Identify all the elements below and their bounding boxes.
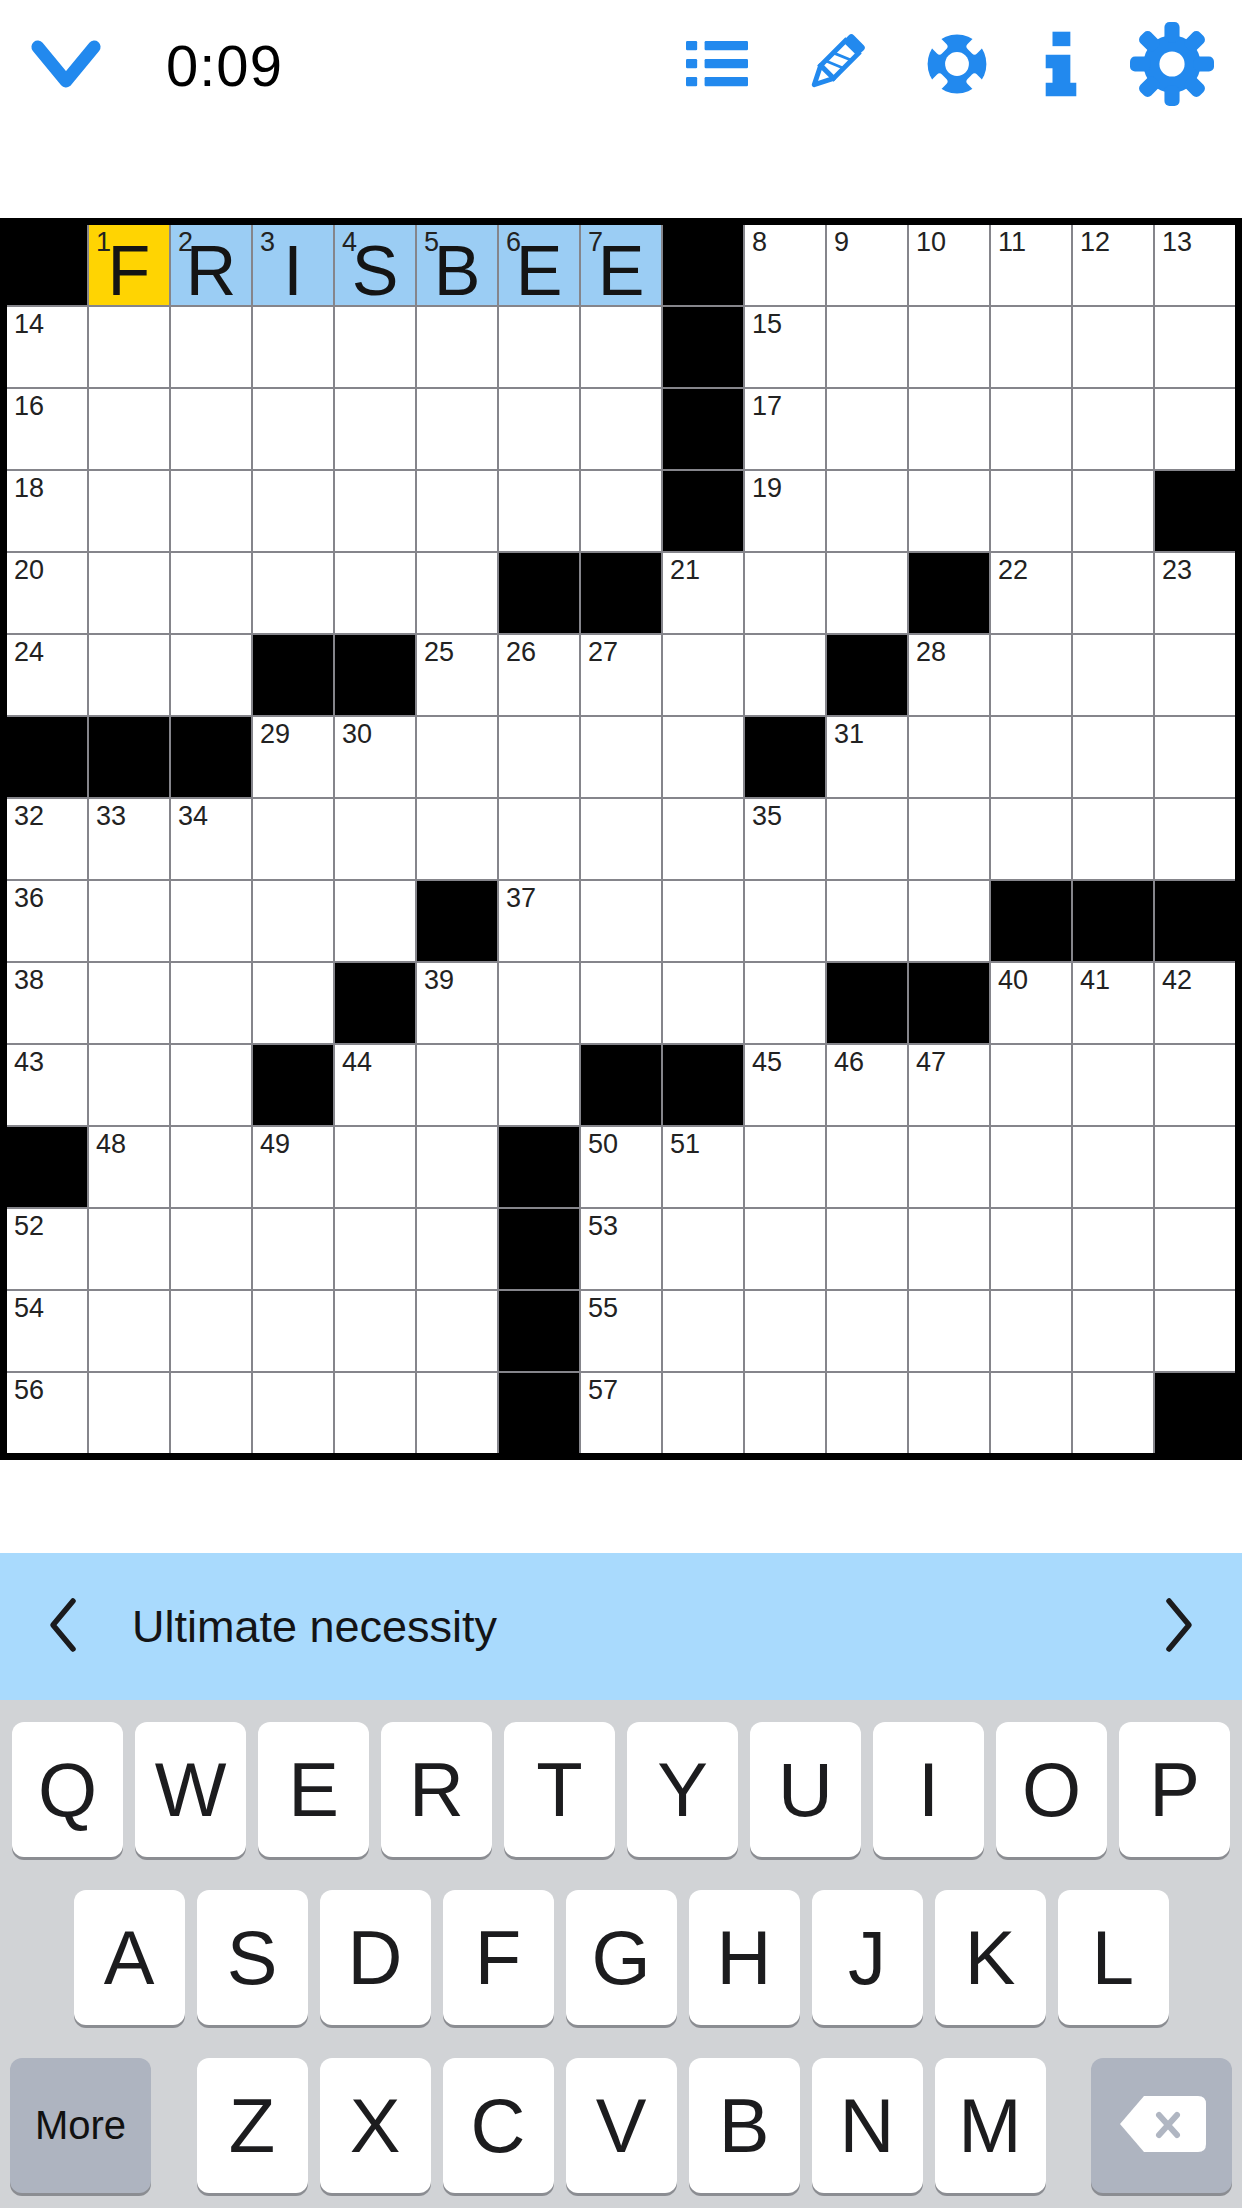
cell-r7c9[interactable] bbox=[663, 717, 743, 797]
cell-r3c10[interactable]: 17 bbox=[745, 389, 825, 469]
cell-r10c5 bbox=[335, 963, 415, 1043]
cell-r1c3[interactable]: 2R bbox=[171, 225, 251, 305]
key-p[interactable]: P bbox=[1119, 1722, 1230, 1857]
cell-r5c13[interactable]: 22 bbox=[991, 553, 1071, 633]
cell-r10c1[interactable]: 38 bbox=[7, 963, 87, 1043]
cell-r6c10[interactable] bbox=[745, 635, 825, 715]
keyboard: QWERTYUIOPASDFGHJKLMoreZXCVBNM bbox=[0, 1700, 1242, 2208]
cell-r1c14[interactable]: 12 bbox=[1073, 225, 1153, 305]
cell-r15c7 bbox=[499, 1373, 579, 1453]
settings-button[interactable] bbox=[1130, 22, 1214, 109]
cell-r8c8[interactable] bbox=[581, 799, 661, 879]
cell-r11c15[interactable] bbox=[1155, 1045, 1235, 1125]
cell-r6c12[interactable]: 28 bbox=[909, 635, 989, 715]
cell-r2c2[interactable] bbox=[89, 307, 169, 387]
cell-r14c12[interactable] bbox=[909, 1291, 989, 1371]
cell-r1c6[interactable]: 5B bbox=[417, 225, 497, 305]
cell-r8c12[interactable] bbox=[909, 799, 989, 879]
cell-r1c11[interactable]: 9 bbox=[827, 225, 907, 305]
key-e[interactable]: E bbox=[258, 1722, 369, 1857]
cell-r7c3 bbox=[171, 717, 251, 797]
cell-r11c6[interactable] bbox=[417, 1045, 497, 1125]
cell-r2c5[interactable] bbox=[335, 307, 415, 387]
cell-r5c3[interactable] bbox=[171, 553, 251, 633]
cell-r9c2[interactable] bbox=[89, 881, 169, 961]
cell-number: 8 bbox=[752, 228, 767, 258]
cell-r3c1[interactable]: 16 bbox=[7, 389, 87, 469]
cell-r6c1[interactable]: 24 bbox=[7, 635, 87, 715]
cell-r7c13[interactable] bbox=[991, 717, 1071, 797]
cell-number: 35 bbox=[752, 802, 782, 832]
cell-r5c4[interactable] bbox=[253, 553, 333, 633]
key-f[interactable]: F bbox=[443, 1890, 554, 2025]
cell-r12c1 bbox=[7, 1127, 87, 1207]
cell-r13c15[interactable] bbox=[1155, 1209, 1235, 1289]
cell-r5c9[interactable]: 21 bbox=[663, 553, 743, 633]
cell-r12c2[interactable]: 48 bbox=[89, 1127, 169, 1207]
cell-r8c11[interactable] bbox=[827, 799, 907, 879]
cell-r7c15[interactable] bbox=[1155, 717, 1235, 797]
cell-number: 23 bbox=[1162, 556, 1192, 586]
key-q[interactable]: Q bbox=[12, 1722, 123, 1857]
cell-r15c13[interactable] bbox=[991, 1373, 1071, 1453]
help-button[interactable] bbox=[922, 29, 992, 102]
cell-r3c8[interactable] bbox=[581, 389, 661, 469]
cell-r13c7 bbox=[499, 1209, 579, 1289]
cell-r14c7 bbox=[499, 1291, 579, 1371]
cell-r2c13[interactable] bbox=[991, 307, 1071, 387]
cell-r14c3[interactable] bbox=[171, 1291, 251, 1371]
key-m[interactable]: M bbox=[935, 2058, 1046, 2193]
cell-r13c4[interactable] bbox=[253, 1209, 333, 1289]
cell-r6c2[interactable] bbox=[89, 635, 169, 715]
cell-r12c14[interactable] bbox=[1073, 1127, 1153, 1207]
cell-r12c11[interactable] bbox=[827, 1127, 907, 1207]
cell-r15c6[interactable] bbox=[417, 1373, 497, 1453]
cell-r3c4[interactable] bbox=[253, 389, 333, 469]
cell-r3c7[interactable] bbox=[499, 389, 579, 469]
pencil-icon bbox=[800, 29, 870, 102]
current-clue: Ultimate necessity bbox=[132, 1601, 497, 1653]
cell-r2c10[interactable]: 15 bbox=[745, 307, 825, 387]
cell-number: 39 bbox=[424, 966, 454, 996]
cell-r3c3[interactable] bbox=[171, 389, 251, 469]
cell-r13c5[interactable] bbox=[335, 1209, 415, 1289]
cell-r6c5 bbox=[335, 635, 415, 715]
cell-r12c8[interactable]: 50 bbox=[581, 1127, 661, 1207]
cell-r2c4[interactable] bbox=[253, 307, 333, 387]
cell-r4c4[interactable] bbox=[253, 471, 333, 551]
cell-r10c2[interactable] bbox=[89, 963, 169, 1043]
cell-letter: E bbox=[581, 237, 661, 305]
cell-r15c10[interactable] bbox=[745, 1373, 825, 1453]
cell-r7c1 bbox=[7, 717, 87, 797]
cell-r9c7[interactable]: 37 bbox=[499, 881, 579, 961]
cell-r13c9[interactable] bbox=[663, 1209, 743, 1289]
lifebuoy-icon bbox=[922, 29, 992, 102]
prev-clue-button[interactable] bbox=[44, 1596, 80, 1657]
cell-r5c2[interactable] bbox=[89, 553, 169, 633]
cell-r8c9[interactable] bbox=[663, 799, 743, 879]
cell-r8c7[interactable] bbox=[499, 799, 579, 879]
cell-r8c14[interactable] bbox=[1073, 799, 1153, 879]
cell-r3c5[interactable] bbox=[335, 389, 415, 469]
key-u[interactable]: U bbox=[750, 1722, 861, 1857]
cell-r12c4[interactable]: 49 bbox=[253, 1127, 333, 1207]
cell-r10c6[interactable]: 39 bbox=[417, 963, 497, 1043]
cell-r3c2[interactable] bbox=[89, 389, 169, 469]
cell-r12c7 bbox=[499, 1127, 579, 1207]
cell-r15c9[interactable] bbox=[663, 1373, 743, 1453]
cell-number: 55 bbox=[588, 1294, 618, 1324]
cell-r9c10[interactable] bbox=[745, 881, 825, 961]
cell-number: 36 bbox=[14, 884, 44, 914]
collapse-button[interactable] bbox=[28, 35, 104, 95]
cell-r10c11 bbox=[827, 963, 907, 1043]
cell-r1c2[interactable]: 1F bbox=[89, 225, 169, 305]
cell-r7c8[interactable] bbox=[581, 717, 661, 797]
pencil-button[interactable] bbox=[800, 29, 870, 102]
cell-r6c6[interactable]: 25 bbox=[417, 635, 497, 715]
cell-r5c7 bbox=[499, 553, 579, 633]
cell-r4c9 bbox=[663, 471, 743, 551]
cell-r10c10[interactable] bbox=[745, 963, 825, 1043]
cell-number: 13 bbox=[1162, 228, 1192, 258]
key-w[interactable]: W bbox=[135, 1722, 246, 1857]
cell-r11c13[interactable] bbox=[991, 1045, 1071, 1125]
cell-r1c15[interactable]: 13 bbox=[1155, 225, 1235, 305]
timer: 0:09 bbox=[166, 32, 283, 99]
clue-list-icon bbox=[686, 41, 748, 90]
key-a[interactable]: A bbox=[74, 1890, 185, 2025]
keyboard-row-2: ASDFGHJKL bbox=[0, 1890, 1242, 2025]
cell-r11c8 bbox=[581, 1045, 661, 1125]
cell-number: 40 bbox=[998, 966, 1028, 996]
cell-r10c14[interactable]: 41 bbox=[1073, 963, 1153, 1043]
toolbar bbox=[686, 22, 1214, 109]
cell-r4c13[interactable] bbox=[991, 471, 1071, 551]
cell-r11c10[interactable]: 45 bbox=[745, 1045, 825, 1125]
cell-r4c8[interactable] bbox=[581, 471, 661, 551]
cell-r5c14[interactable] bbox=[1073, 553, 1153, 633]
info-button[interactable] bbox=[1044, 31, 1078, 100]
cell-r14c5[interactable] bbox=[335, 1291, 415, 1371]
cell-number: 16 bbox=[14, 392, 44, 422]
key-x[interactable]: X bbox=[320, 2058, 431, 2193]
cell-r12c3[interactable] bbox=[171, 1127, 251, 1207]
cell-r10c12 bbox=[909, 963, 989, 1043]
cell-r4c3[interactable] bbox=[171, 471, 251, 551]
cell-r13c14[interactable] bbox=[1073, 1209, 1153, 1289]
cell-r9c3[interactable] bbox=[171, 881, 251, 961]
cell-r13c11[interactable] bbox=[827, 1209, 907, 1289]
cell-r5c6[interactable] bbox=[417, 553, 497, 633]
cell-r14c14[interactable] bbox=[1073, 1291, 1153, 1371]
key-n[interactable]: N bbox=[812, 2058, 923, 2193]
cell-r2c7[interactable] bbox=[499, 307, 579, 387]
cell-r3c11[interactable] bbox=[827, 389, 907, 469]
key-y[interactable]: Y bbox=[627, 1722, 738, 1857]
cell-r2c8[interactable] bbox=[581, 307, 661, 387]
cell-r11c3[interactable] bbox=[171, 1045, 251, 1125]
cell-r5c12 bbox=[909, 553, 989, 633]
key-k[interactable]: K bbox=[935, 1890, 1046, 2025]
cell-r3c13[interactable] bbox=[991, 389, 1071, 469]
cell-r2c1[interactable]: 14 bbox=[7, 307, 87, 387]
key-z[interactable]: Z bbox=[197, 2058, 308, 2193]
cell-r1c8[interactable]: 7E bbox=[581, 225, 661, 305]
cell-r7c7[interactable] bbox=[499, 717, 579, 797]
cell-r6c15[interactable] bbox=[1155, 635, 1235, 715]
cell-number: 26 bbox=[506, 638, 536, 668]
cell-r14c8[interactable]: 55 bbox=[581, 1291, 661, 1371]
cell-r8c1[interactable]: 32 bbox=[7, 799, 87, 879]
cell-r7c5[interactable]: 30 bbox=[335, 717, 415, 797]
cell-r8c2[interactable]: 33 bbox=[89, 799, 169, 879]
cell-r13c13[interactable] bbox=[991, 1209, 1071, 1289]
cell-r12c6[interactable] bbox=[417, 1127, 497, 1207]
cell-r11c5[interactable]: 44 bbox=[335, 1045, 415, 1125]
cell-r13c8[interactable]: 53 bbox=[581, 1209, 661, 1289]
cell-r10c7[interactable] bbox=[499, 963, 579, 1043]
cell-r14c1[interactable]: 54 bbox=[7, 1291, 87, 1371]
cell-r6c4 bbox=[253, 635, 333, 715]
cell-r13c6[interactable] bbox=[417, 1209, 497, 1289]
cell-r12c10[interactable] bbox=[745, 1127, 825, 1207]
cell-number: 45 bbox=[752, 1048, 782, 1078]
cell-r6c13[interactable] bbox=[991, 635, 1071, 715]
cell-r10c15[interactable]: 42 bbox=[1155, 963, 1235, 1043]
cell-r15c5[interactable] bbox=[335, 1373, 415, 1453]
cell-letter: F bbox=[89, 237, 169, 305]
cell-r14c2[interactable] bbox=[89, 1291, 169, 1371]
key-b[interactable]: B bbox=[689, 2058, 800, 2193]
grid-area: 1F2R3I4S5B6E7E89101112131415161718192021… bbox=[0, 218, 1242, 1460]
top-bar: 0:09 bbox=[0, 0, 1242, 130]
key-t[interactable]: T bbox=[504, 1722, 615, 1857]
cell-r8c5[interactable] bbox=[335, 799, 415, 879]
cell-r9c14 bbox=[1073, 881, 1153, 961]
cell-r15c8[interactable]: 57 bbox=[581, 1373, 661, 1453]
next-clue-button[interactable] bbox=[1162, 1596, 1198, 1657]
cell-r2c6[interactable] bbox=[417, 307, 497, 387]
clue-list-button[interactable] bbox=[686, 41, 748, 90]
cell-number: 20 bbox=[14, 556, 44, 586]
key-j[interactable]: J bbox=[812, 1890, 923, 2025]
cell-r7c2 bbox=[89, 717, 169, 797]
cell-r9c11[interactable] bbox=[827, 881, 907, 961]
cell-r14c6[interactable] bbox=[417, 1291, 497, 1371]
cell-r3c14[interactable] bbox=[1073, 389, 1153, 469]
cell-number: 54 bbox=[14, 1294, 44, 1324]
cell-r5c15[interactable]: 23 bbox=[1155, 553, 1235, 633]
cell-r3c12[interactable] bbox=[909, 389, 989, 469]
cell-number: 46 bbox=[834, 1048, 864, 1078]
cell-r7c12[interactable] bbox=[909, 717, 989, 797]
cell-r14c13[interactable] bbox=[991, 1291, 1071, 1371]
cell-r9c4[interactable] bbox=[253, 881, 333, 961]
cell-r9c1[interactable]: 36 bbox=[7, 881, 87, 961]
cell-r11c11[interactable]: 46 bbox=[827, 1045, 907, 1125]
cell-r5c1[interactable]: 20 bbox=[7, 553, 87, 633]
gear-icon bbox=[1130, 22, 1214, 109]
cell-r2c3[interactable] bbox=[171, 307, 251, 387]
cell-r2c11[interactable] bbox=[827, 307, 907, 387]
cell-r5c10[interactable] bbox=[745, 553, 825, 633]
cell-r10c8[interactable] bbox=[581, 963, 661, 1043]
cell-r1c7[interactable]: 6E bbox=[499, 225, 579, 305]
cell-r13c10[interactable] bbox=[745, 1209, 825, 1289]
cell-r6c14[interactable] bbox=[1073, 635, 1153, 715]
cell-letter: I bbox=[253, 237, 333, 305]
cell-r14c10[interactable] bbox=[745, 1291, 825, 1371]
cell-r2c9 bbox=[663, 307, 743, 387]
key-o[interactable]: O bbox=[996, 1722, 1107, 1857]
cell-letter: S bbox=[335, 237, 415, 305]
cell-r2c14[interactable] bbox=[1073, 307, 1153, 387]
key-backspace[interactable] bbox=[1091, 2058, 1232, 2193]
cell-r10c4[interactable] bbox=[253, 963, 333, 1043]
cell-r6c3[interactable] bbox=[171, 635, 251, 715]
cell-r6c9[interactable] bbox=[663, 635, 743, 715]
crossword-grid: 1F2R3I4S5B6E7E89101112131415161718192021… bbox=[0, 218, 1242, 1460]
cell-number: 28 bbox=[916, 638, 946, 668]
cell-r1c13[interactable]: 11 bbox=[991, 225, 1071, 305]
cell-r8c10[interactable]: 35 bbox=[745, 799, 825, 879]
cell-r8c6[interactable] bbox=[417, 799, 497, 879]
cell-r12c15[interactable] bbox=[1155, 1127, 1235, 1207]
cell-r8c4[interactable] bbox=[253, 799, 333, 879]
cell-r12c5[interactable] bbox=[335, 1127, 415, 1207]
cell-r15c3[interactable] bbox=[171, 1373, 251, 1453]
cell-r4c1[interactable]: 18 bbox=[7, 471, 87, 551]
cell-r6c11 bbox=[827, 635, 907, 715]
cell-r13c2[interactable] bbox=[89, 1209, 169, 1289]
cell-r8c3[interactable]: 34 bbox=[171, 799, 251, 879]
cell-r1c5[interactable]: 4S bbox=[335, 225, 415, 305]
cell-r10c9[interactable] bbox=[663, 963, 743, 1043]
key-i[interactable]: I bbox=[873, 1722, 984, 1857]
cell-number: 14 bbox=[14, 310, 44, 340]
cell-r15c2[interactable] bbox=[89, 1373, 169, 1453]
cell-r14c9[interactable] bbox=[663, 1291, 743, 1371]
cell-r7c10 bbox=[745, 717, 825, 797]
cell-r15c11[interactable] bbox=[827, 1373, 907, 1453]
cell-r1c10[interactable]: 8 bbox=[745, 225, 825, 305]
key-h[interactable]: H bbox=[689, 1890, 800, 2025]
key-c[interactable]: C bbox=[443, 2058, 554, 2193]
key-v[interactable]: V bbox=[566, 2058, 677, 2193]
cell-number: 37 bbox=[506, 884, 536, 914]
cell-number: 42 bbox=[1162, 966, 1192, 996]
cell-r13c12[interactable] bbox=[909, 1209, 989, 1289]
cell-number: 50 bbox=[588, 1130, 618, 1160]
cell-letter: E bbox=[499, 237, 579, 305]
cell-r7c14[interactable] bbox=[1073, 717, 1153, 797]
key-s[interactable]: S bbox=[197, 1890, 308, 2025]
cell-r6c7[interactable]: 26 bbox=[499, 635, 579, 715]
cell-r15c14[interactable] bbox=[1073, 1373, 1153, 1453]
key-g[interactable]: G bbox=[566, 1890, 677, 2025]
cell-number: 12 bbox=[1080, 228, 1110, 258]
cell-r9c9[interactable] bbox=[663, 881, 743, 961]
cell-r7c4[interactable]: 29 bbox=[253, 717, 333, 797]
cell-r7c6[interactable] bbox=[417, 717, 497, 797]
cell-number: 38 bbox=[14, 966, 44, 996]
cell-r14c4[interactable] bbox=[253, 1291, 333, 1371]
cell-r11c12[interactable]: 47 bbox=[909, 1045, 989, 1125]
cell-r4c6[interactable] bbox=[417, 471, 497, 551]
cell-r5c5[interactable] bbox=[335, 553, 415, 633]
chevron-down-icon bbox=[28, 35, 104, 96]
cell-number: 19 bbox=[752, 474, 782, 504]
cell-r8c13[interactable] bbox=[991, 799, 1071, 879]
key-more[interactable]: More bbox=[10, 2058, 151, 2193]
cell-r1c12[interactable]: 10 bbox=[909, 225, 989, 305]
cell-r2c15[interactable] bbox=[1155, 307, 1235, 387]
cell-number: 52 bbox=[14, 1212, 44, 1242]
cell-r4c12[interactable] bbox=[909, 471, 989, 551]
cell-r4c11[interactable] bbox=[827, 471, 907, 551]
key-d[interactable]: D bbox=[320, 1890, 431, 2025]
cell-r9c8[interactable] bbox=[581, 881, 661, 961]
cell-r11c14[interactable] bbox=[1073, 1045, 1153, 1125]
cell-r7c11[interactable]: 31 bbox=[827, 717, 907, 797]
clue-bar: Ultimate necessity bbox=[0, 1553, 1242, 1700]
cell-r9c13 bbox=[991, 881, 1071, 961]
cell-r11c7[interactable] bbox=[499, 1045, 579, 1125]
cell-r15c4[interactable] bbox=[253, 1373, 333, 1453]
cell-r11c2[interactable] bbox=[89, 1045, 169, 1125]
cell-r12c12[interactable] bbox=[909, 1127, 989, 1207]
key-l[interactable]: L bbox=[1058, 1890, 1169, 2025]
cell-number: 10 bbox=[916, 228, 946, 258]
cell-r12c9[interactable]: 51 bbox=[663, 1127, 743, 1207]
cell-r15c1[interactable]: 56 bbox=[7, 1373, 87, 1453]
cell-r14c11[interactable] bbox=[827, 1291, 907, 1371]
cell-r9c12[interactable] bbox=[909, 881, 989, 961]
cell-r14c15[interactable] bbox=[1155, 1291, 1235, 1371]
cell-r4c2[interactable] bbox=[89, 471, 169, 551]
backspace-icon bbox=[1114, 2092, 1210, 2160]
cell-r1c4[interactable]: 3I bbox=[253, 225, 333, 305]
cell-number: 29 bbox=[260, 720, 290, 750]
cell-r11c1[interactable]: 43 bbox=[7, 1045, 87, 1125]
cell-r4c5[interactable] bbox=[335, 471, 415, 551]
keyboard-row-3: MoreZXCVBNM bbox=[0, 2058, 1242, 2193]
cell-r10c3[interactable] bbox=[171, 963, 251, 1043]
cell-r2c12[interactable] bbox=[909, 307, 989, 387]
cell-r13c1[interactable]: 52 bbox=[7, 1209, 87, 1289]
cell-r6c8[interactable]: 27 bbox=[581, 635, 661, 715]
cell-r13c3[interactable] bbox=[171, 1209, 251, 1289]
cell-r1c9 bbox=[663, 225, 743, 305]
cell-r3c6[interactable] bbox=[417, 389, 497, 469]
cell-r8c15[interactable] bbox=[1155, 799, 1235, 879]
cell-r4c7[interactable] bbox=[499, 471, 579, 551]
cell-r12c13[interactable] bbox=[991, 1127, 1071, 1207]
cell-r10c13[interactable]: 40 bbox=[991, 963, 1071, 1043]
cell-r15c12[interactable] bbox=[909, 1373, 989, 1453]
cell-number: 51 bbox=[670, 1130, 700, 1160]
cell-r3c15[interactable] bbox=[1155, 389, 1235, 469]
cell-r5c11[interactable] bbox=[827, 553, 907, 633]
cell-r4c10[interactable]: 19 bbox=[745, 471, 825, 551]
cell-r9c5[interactable] bbox=[335, 881, 415, 961]
cell-r4c14[interactable] bbox=[1073, 471, 1153, 551]
cell-r1c1 bbox=[7, 225, 87, 305]
key-r[interactable]: R bbox=[381, 1722, 492, 1857]
